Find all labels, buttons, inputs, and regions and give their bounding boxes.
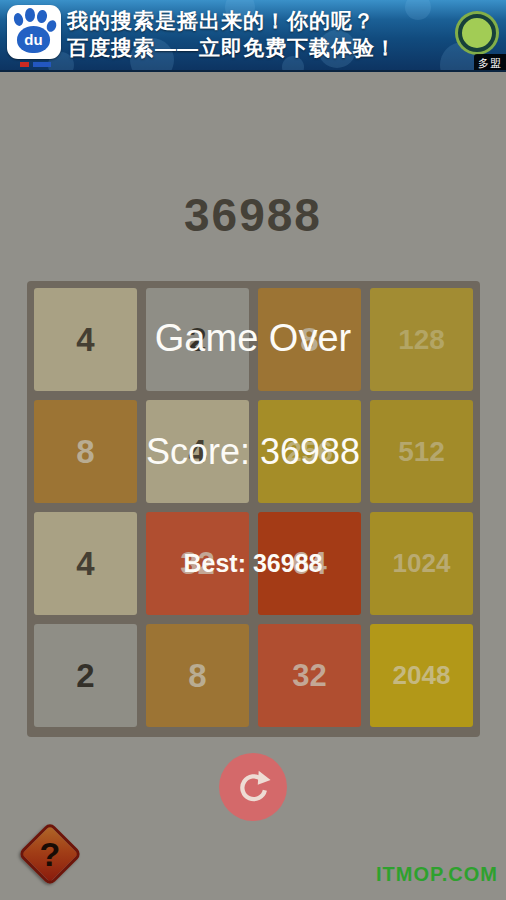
game-over-text: Game Over bbox=[0, 317, 506, 360]
baidu-logo-text: du bbox=[24, 31, 42, 48]
final-score-text: Score: 36988 bbox=[0, 431, 506, 473]
refresh-icon bbox=[234, 768, 272, 806]
baidu-paw-icon[interactable]: du bbox=[7, 5, 61, 59]
ad-network-badge: 多盟 bbox=[474, 54, 506, 72]
paw-toe-icon bbox=[25, 8, 35, 22]
logo-blue-bar bbox=[33, 62, 51, 67]
best-score-text: Best: 36988 bbox=[0, 549, 506, 578]
paw-pad-icon: du bbox=[17, 26, 50, 53]
bubble-decoration bbox=[405, 0, 431, 20]
tile-r4c2: 8 bbox=[146, 624, 249, 727]
current-score: 36988 bbox=[0, 188, 506, 242]
ad-text-line2: 百度搜索——立即免费下载体验！ bbox=[67, 34, 397, 61]
question-mark-icon: ? bbox=[40, 835, 61, 874]
ad-green-button[interactable] bbox=[458, 14, 496, 52]
ad-text-line1: 我的搜索是摇出来的！你的呢？ bbox=[67, 7, 397, 34]
paw-toe-icon bbox=[12, 12, 24, 27]
paw-toe-icon bbox=[36, 9, 48, 24]
tile-r4c4: 2048 bbox=[370, 624, 473, 727]
ad-text[interactable]: 我的搜索是摇出来的！你的呢？ 百度搜索——立即免费下载体验！ bbox=[67, 7, 397, 61]
help-button[interactable]: ? bbox=[17, 821, 82, 886]
watermark: ITMOP.COM bbox=[376, 863, 498, 886]
tile-r4c1: 2 bbox=[34, 624, 137, 727]
ad-banner[interactable]: du 我的搜索是摇出来的！你的呢？ 百度搜索——立即免费下载体验！ 多盟 bbox=[0, 0, 506, 72]
logo-red-bar bbox=[20, 62, 29, 67]
tile-r4c3: 32 bbox=[258, 624, 361, 727]
restart-button[interactable] bbox=[219, 753, 287, 821]
